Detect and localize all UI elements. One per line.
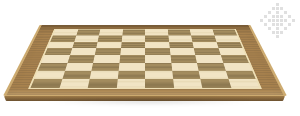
logo-pixel — [276, 31, 279, 34]
square-b2 — [62, 71, 92, 79]
logo-pixel — [268, 11, 271, 14]
logo-pixel — [280, 7, 283, 10]
square-g4 — [195, 55, 223, 62]
logo-pixel — [284, 27, 287, 30]
logo-pixel — [264, 31, 267, 34]
logo-pixel — [280, 15, 283, 18]
logo-pixel — [260, 27, 263, 30]
logo-pixel — [276, 19, 279, 22]
logo-pixel — [272, 7, 275, 10]
logo-pixel — [260, 19, 263, 22]
logo-pixel — [288, 3, 291, 6]
logo-pixel — [292, 15, 295, 18]
logo-pixel — [284, 7, 287, 10]
logo-pixel — [288, 35, 291, 38]
logo-pixel — [260, 23, 263, 26]
logo-pixel — [272, 19, 275, 22]
logo-pixel — [288, 7, 291, 10]
logo-pixel — [280, 27, 283, 30]
logo-pixel — [268, 7, 271, 10]
square-c4 — [93, 55, 120, 62]
square-a5 — [44, 48, 71, 55]
logo-pixel — [280, 23, 283, 26]
square-g3 — [197, 63, 225, 71]
logo-pixel — [264, 3, 267, 6]
logo-pixel — [276, 15, 279, 18]
logo-pixel — [260, 15, 263, 18]
square-h5 — [218, 48, 245, 55]
logo-pixel — [288, 11, 291, 14]
logo-pixel — [268, 27, 271, 30]
logo-pixel — [292, 35, 295, 38]
logo-pixel — [292, 11, 295, 14]
chessboard — [3, 25, 287, 96]
logo-pixel — [280, 11, 283, 14]
logo-pixel — [268, 15, 271, 18]
logo-pixel — [284, 3, 287, 6]
board-grid — [30, 29, 259, 88]
square-a3 — [38, 63, 67, 71]
square-d1 — [116, 79, 145, 88]
logo-pixel — [276, 3, 279, 6]
square-g2 — [199, 71, 229, 79]
logo-pixel — [280, 35, 283, 38]
logo-pixel — [284, 23, 287, 26]
logo-pixel — [268, 19, 271, 22]
logo-pixel — [288, 19, 291, 22]
logo-pixel — [264, 19, 267, 22]
logo-pixel — [268, 23, 271, 26]
logo-pixel — [292, 19, 295, 22]
square-e5 — [145, 48, 170, 55]
logo-pixel — [268, 35, 271, 38]
maple-inlay-border — [28, 29, 262, 89]
square-e1 — [145, 79, 174, 88]
logo-pixel — [288, 15, 291, 18]
square-f1 — [173, 79, 203, 88]
logo-pixel — [268, 31, 271, 34]
logo-pixel — [264, 35, 267, 38]
square-d4 — [119, 55, 145, 62]
logo-pixel — [260, 7, 263, 10]
square-h3 — [223, 63, 252, 71]
square-f4 — [170, 55, 197, 62]
square-c3 — [91, 63, 119, 71]
square-b3 — [65, 63, 93, 71]
logo-pixel — [284, 19, 287, 22]
logo-pixel — [272, 15, 275, 18]
logo-pixel — [284, 15, 287, 18]
square-g5 — [194, 48, 221, 55]
logo-pixel — [264, 27, 267, 30]
logo-pixel — [292, 3, 295, 6]
square-d3 — [118, 63, 145, 71]
square-h2 — [225, 71, 255, 79]
logo-pixel — [284, 11, 287, 14]
logo-pixel — [276, 7, 279, 10]
square-c1 — [88, 79, 118, 88]
square-a2 — [34, 71, 64, 79]
logo-pixel — [288, 23, 291, 26]
logo-pixel — [272, 11, 275, 14]
watermark-chess-piece-logo — [260, 3, 295, 38]
logo-pixel — [260, 11, 263, 14]
square-d2 — [117, 71, 145, 79]
logo-pixel — [292, 23, 295, 26]
logo-pixel — [284, 35, 287, 38]
logo-pixel — [280, 3, 283, 6]
logo-pixel — [264, 7, 267, 10]
logo-pixel — [272, 31, 275, 34]
board-shadow — [8, 99, 290, 106]
logo-pixel — [264, 11, 267, 14]
logo-pixel — [280, 19, 283, 22]
square-f5 — [169, 48, 195, 55]
logo-pixel — [284, 31, 287, 34]
square-h4 — [220, 55, 248, 62]
logo-pixel — [260, 3, 263, 6]
square-a1 — [30, 79, 62, 88]
logo-pixel — [280, 31, 283, 34]
square-f3 — [171, 63, 199, 71]
logo-pixel — [260, 31, 263, 34]
square-e3 — [145, 63, 172, 71]
product-photo — [0, 0, 300, 116]
square-a4 — [41, 55, 69, 62]
logo-pixel — [292, 31, 295, 34]
square-c2 — [90, 71, 119, 79]
logo-pixel — [276, 27, 279, 30]
logo-pixel — [292, 27, 295, 30]
square-e2 — [145, 71, 173, 79]
square-b5 — [70, 48, 97, 55]
logo-pixel — [264, 15, 267, 18]
square-f2 — [172, 71, 201, 79]
logo-pixel — [272, 3, 275, 6]
logo-pixel — [276, 11, 279, 14]
logo-pixel — [292, 7, 295, 10]
logo-pixel — [268, 3, 271, 6]
square-e4 — [145, 55, 171, 62]
square-d5 — [120, 48, 145, 55]
logo-pixel — [276, 35, 279, 38]
square-b1 — [59, 79, 90, 88]
logo-pixel — [288, 31, 291, 34]
square-b4 — [67, 55, 95, 62]
square-c5 — [95, 48, 121, 55]
logo-pixel — [272, 35, 275, 38]
logo-pixel — [276, 23, 279, 26]
logo-pixel — [260, 35, 263, 38]
logo-pixel — [272, 27, 275, 30]
logo-pixel — [288, 27, 291, 30]
logo-pixel — [272, 23, 275, 26]
square-g1 — [200, 79, 231, 88]
square-h1 — [228, 79, 260, 88]
logo-pixel — [264, 23, 267, 26]
